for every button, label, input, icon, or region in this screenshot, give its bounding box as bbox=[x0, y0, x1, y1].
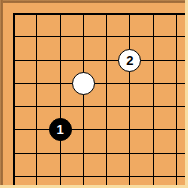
page-background: 21 bbox=[0, 0, 188, 188]
grid-line-vertical bbox=[176, 13, 177, 186]
stone-label: 2 bbox=[126, 54, 133, 67]
board-edge-bevel-left bbox=[0, 0, 3, 185]
grid-line-vertical bbox=[36, 13, 37, 186]
grid-line-horizontal bbox=[13, 36, 186, 37]
go-board: 21 bbox=[0, 0, 185, 185]
grid-line-horizontal bbox=[13, 129, 186, 130]
grid-line-vertical bbox=[83, 13, 84, 186]
stone-white-2: 2 bbox=[118, 49, 141, 72]
grid-line-horizontal bbox=[13, 83, 186, 84]
grid-line-vertical bbox=[153, 13, 154, 186]
grid-line-horizontal bbox=[13, 60, 186, 61]
grid-line-vertical bbox=[13, 13, 15, 186]
grid-line-vertical bbox=[106, 13, 107, 186]
stone-black-1: 1 bbox=[49, 118, 72, 141]
stone-white bbox=[72, 72, 95, 95]
grid-line-horizontal bbox=[13, 176, 186, 177]
stone-label: 1 bbox=[56, 123, 63, 136]
grid-line-horizontal bbox=[13, 106, 186, 107]
grid-line-vertical bbox=[60, 13, 61, 186]
board-edge-bevel-top bbox=[0, 0, 185, 3]
grid-line-vertical bbox=[129, 13, 130, 186]
grid-line-horizontal bbox=[13, 13, 186, 15]
grid-line-horizontal bbox=[13, 153, 186, 154]
